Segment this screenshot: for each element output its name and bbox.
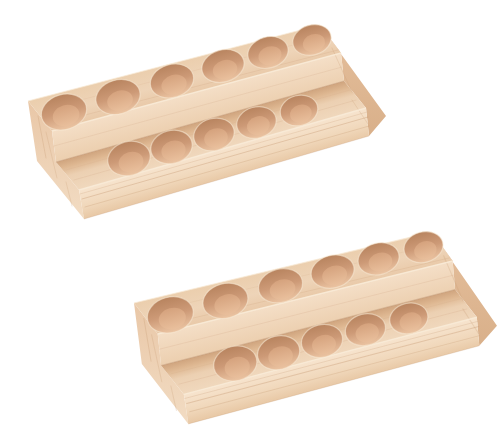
- product-image: [0, 0, 500, 445]
- rack-front-right: [131, 221, 499, 430]
- product-photo: [0, 0, 500, 445]
- rack-back-left: [28, 20, 386, 219]
